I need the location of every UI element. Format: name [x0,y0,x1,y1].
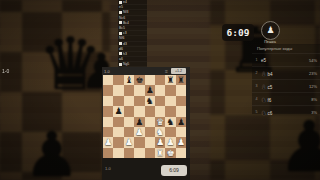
square-e4[interactable] [145,117,155,127]
square-b3[interactable] [113,127,123,137]
square-c5[interactable] [124,106,134,116]
white-move-marker-icon [119,52,122,55]
result-label: 1-0 [104,69,110,74]
popular-move-row[interactable]: 5♞c63% [252,105,320,118]
square-a8[interactable] [103,75,113,85]
square-g4[interactable]: ♞ [165,117,175,127]
row-value: 8% [303,97,320,102]
square-a1[interactable] [103,148,113,158]
white-move-marker-icon [119,1,122,4]
square-b4[interactable] [113,117,123,127]
square-h5[interactable] [176,106,186,116]
board-header: 1-0 ≡ +1.2 [102,67,190,75]
move-text: e5 [119,5,123,9]
row-move: ♝b4 [261,70,303,77]
move-text: a6 [119,57,123,61]
square-d2[interactable] [134,137,144,147]
popular-move-row[interactable]: 1e554% [252,53,320,66]
move-text: c3 [123,31,127,35]
panel-title: Популярные ходы [257,46,320,51]
square-h2[interactable]: ♟ [176,137,186,147]
square-c7[interactable] [124,85,134,95]
row-value: 3% [303,110,320,115]
square-f8[interactable] [155,75,165,85]
square-h7[interactable] [176,85,186,95]
black-knight-g4: ♞ [165,117,175,127]
piece-icon: ♝ [261,83,266,90]
square-f6[interactable] [155,96,165,106]
row-move: ♞f6 [261,96,303,103]
square-d7[interactable] [134,85,144,95]
square-a6[interactable] [103,96,113,106]
black-rook-g8: ♜ [165,75,175,85]
row-index: 5 [252,110,261,114]
physical-black-pawn: ♟ [24,124,80,180]
square-f4[interactable]: ♛ [155,117,165,127]
row-value: 23% [303,71,320,76]
white-king-g1: ♚ [165,148,175,158]
move-text: d3 [123,42,127,46]
white-pawn-g2: ♟ [165,137,175,147]
white-move-marker-icon [119,21,122,24]
square-a4[interactable] [103,117,113,127]
white-rook-f1: ♜ [155,148,165,158]
square-g7[interactable] [165,85,175,95]
square-c4[interactable] [124,117,134,127]
square-d4[interactable]: ♟ [134,117,144,127]
row-value: 54% [303,58,320,63]
square-e7[interactable]: ♟ [145,85,155,95]
square-b7[interactable] [113,85,123,95]
square-e3[interactable] [145,127,155,137]
square-c2[interactable]: ♟ [124,137,134,147]
white-move-marker-icon [119,11,122,14]
row-move: ♞c6 [261,109,303,116]
square-d3[interactable]: ♟ [134,127,144,137]
white-queen-f4: ♛ [155,117,165,127]
black-pawn-b5: ♟ [113,106,123,116]
profile-label: Пешка [252,40,288,44]
white-pawn-d3: ♟ [134,127,144,137]
white-pawn-f2: ♟ [155,137,165,147]
move-text: Ng5 [123,62,129,66]
black-king-d8: ♚ [134,75,144,85]
black-knight-e6: ♞ [145,96,155,106]
square-g1[interactable]: ♚ [165,148,175,158]
square-a3[interactable] [103,127,113,137]
square-g6[interactable] [165,96,175,106]
square-f2[interactable]: ♟ [155,137,165,147]
piece-icon: ♞ [261,109,266,116]
square-g8[interactable]: ♜ [165,75,175,85]
white-pawn-h2: ♟ [176,137,186,147]
square-a5[interactable] [103,106,113,116]
analysis-card: 1-0 ≡ +1.2 ♝♚♜♜♟♞♟♟♛♞♟♟♞♟♟♟♟♟♜♚ 1-0 6:09 [102,67,190,180]
square-d6[interactable] [134,96,144,106]
row-index: 4 [252,97,261,101]
left-score-label: 1-0 [2,68,9,74]
square-a2[interactable]: ♟ [103,137,113,147]
piece-icon: ♝ [261,70,266,77]
square-a7[interactable] [103,85,113,95]
square-b1[interactable] [113,148,123,158]
white-move-marker-icon [119,32,122,35]
popular-move-row[interactable]: 3♝c512% [252,79,320,92]
pawn-icon[interactable]: ♟ [261,21,280,40]
chess-board: ♝♚♜♜♟♞♟♟♛♞♟♟♞♟♟♟♟♟♜♚ [103,75,186,158]
popular-moves-panel: Популярные ходы 1e554%2♝b423%3♝c512%4♞f6… [252,44,320,114]
popular-move-row[interactable]: 4♞f68% [252,92,320,105]
square-g3[interactable] [165,127,175,137]
move-text: h3 [123,52,127,56]
row-index: 3 [252,84,261,88]
square-h3[interactable] [176,127,186,137]
move-text: Bc5 [119,26,125,30]
square-b6[interactable] [113,96,123,106]
square-e6[interactable]: ♞ [145,96,155,106]
white-move-marker-icon [119,63,122,66]
square-d5[interactable] [134,106,144,116]
square-f7[interactable] [155,85,165,95]
black-bishop-c8: ♝ [124,75,134,85]
white-knight-f3: ♞ [155,127,165,137]
row-move: e5 [261,58,303,63]
black-pawn-d4: ♟ [134,117,144,127]
square-g5[interactable] [165,106,175,116]
black-rook-h8: ♜ [176,75,186,85]
white-move-marker-icon [119,42,122,45]
stream-clock: 6:09 [222,24,254,41]
square-b8[interactable] [113,75,123,85]
square-c8[interactable]: ♝ [124,75,134,85]
eval-badge: +1.2 [171,68,186,74]
player-clock-button[interactable]: 6:09 [161,165,187,176]
move-text: e4 [123,0,127,4]
popular-move-row[interactable]: 2♝b423% [252,66,320,79]
square-e2[interactable] [145,137,155,147]
square-e1[interactable] [145,148,155,158]
move-text: d6 [119,47,123,51]
square-e8[interactable] [145,75,155,85]
square-e5[interactable] [145,106,155,116]
square-h8[interactable]: ♜ [176,75,186,85]
square-d1[interactable] [134,148,144,158]
move-text: Nc6 [119,16,125,20]
square-d8[interactable]: ♚ [134,75,144,85]
white-pawn-a2: ♟ [103,137,113,147]
square-h1[interactable] [176,148,186,158]
square-f3[interactable]: ♞ [155,127,165,137]
black-pawn-h4: ♟ [176,117,186,127]
move-text: Bc4 [123,21,129,25]
piece-icon: ♞ [261,96,266,103]
menu-icon[interactable]: ≡ [165,68,168,74]
square-h4[interactable]: ♟ [176,117,186,127]
square-b5[interactable]: ♟ [113,106,123,116]
square-c6[interactable] [124,96,134,106]
row-value: 12% [303,84,320,89]
square-h6[interactable] [176,96,186,106]
white-pawn-c2: ♟ [124,137,134,147]
result-label-bottom: 1-0 [105,166,111,171]
move-text: Nf3 [123,10,128,14]
physical-black-pawn: ♟ [278,112,320,180]
square-g2[interactable]: ♟ [165,137,175,147]
board-footer: 1-0 6:09 [102,158,190,180]
row-index: 2 [252,71,261,75]
move-text: Nf6 [119,36,124,40]
square-f5[interactable] [155,106,165,116]
square-b2[interactable] [113,137,123,147]
row-index: 1 [252,58,261,62]
square-c1[interactable] [124,148,134,158]
row-move: ♝c5 [261,83,303,90]
square-f1[interactable]: ♜ [155,148,165,158]
move-list: e4e5Nf3Nc6Bc4Bc5c3Nf6d3d6h3a6Ng5Qf4 [118,0,147,73]
square-c3[interactable] [124,127,134,137]
black-pawn-e7: ♟ [145,85,155,95]
